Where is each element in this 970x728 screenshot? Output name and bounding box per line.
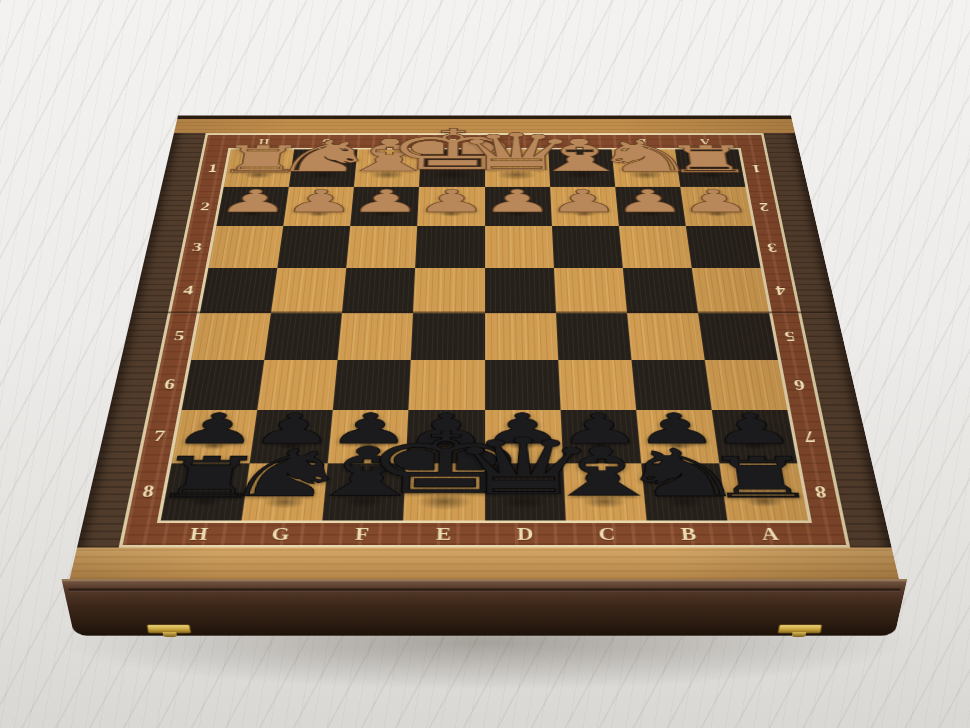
square-f8[interactable] — [323, 463, 407, 520]
rank-label-right-4: 4 — [774, 283, 787, 297]
square-d5[interactable] — [484, 313, 557, 360]
square-h7[interactable] — [172, 410, 258, 464]
square-a5[interactable] — [698, 313, 778, 360]
file-label-bottom-g: G — [270, 524, 290, 543]
rank-label-right-5: 5 — [783, 328, 796, 343]
square-d6[interactable] — [484, 360, 560, 410]
square-f6[interactable] — [333, 360, 411, 410]
file-label-bottom-b: B — [680, 524, 698, 543]
square-c6[interactable] — [558, 360, 636, 410]
chessboard-photo: HH11GG22FF33EE44DD55CC66BB77AA88 ♜♞♝♚♛♝♞… — [0, 0, 970, 728]
rank-label-right-6: 6 — [792, 376, 806, 392]
piece-white-pawn-a2[interactable]: ♟ — [621, 186, 811, 217]
square-g8[interactable] — [242, 463, 328, 520]
square-e6[interactable] — [409, 360, 485, 410]
rank-label-left-7: 7 — [152, 428, 166, 445]
rank-label-left-5: 5 — [173, 328, 186, 343]
square-e8[interactable] — [404, 463, 485, 520]
brass-hinge-left-icon — [146, 624, 191, 633]
square-g5[interactable] — [264, 313, 342, 360]
square-g6[interactable] — [257, 360, 337, 410]
square-b6[interactable] — [631, 360, 711, 410]
rank-label-left-8: 8 — [141, 482, 156, 500]
square-a8[interactable] — [719, 463, 808, 520]
square-c7[interactable] — [560, 410, 641, 464]
square-g7[interactable] — [250, 410, 333, 464]
square-h5[interactable] — [191, 313, 271, 360]
rank-label-left-4: 4 — [182, 283, 195, 297]
board-front-edge — [61, 579, 907, 636]
file-label-bottom-a: A — [760, 524, 780, 543]
edge-groove — [68, 588, 900, 590]
chess-board: HH11GG22FF33EE44DD55CC66BB77AA88 ♜♞♝♚♛♝♞… — [70, 116, 899, 579]
file-label-bottom-c: C — [598, 524, 616, 543]
square-h6[interactable] — [182, 360, 265, 410]
square-e5[interactable] — [411, 313, 484, 360]
rank-label-left-6: 6 — [163, 376, 177, 392]
square-c8[interactable] — [563, 463, 647, 520]
perspective-scene: HH11GG22FF33EE44DD55CC66BB77AA88 ♜♞♝♚♛♝♞… — [0, 0, 970, 728]
frame-oak-bottom — [70, 548, 899, 579]
square-c5[interactable] — [556, 313, 632, 360]
square-b8[interactable] — [641, 463, 727, 520]
file-label-bottom-e: E — [436, 524, 452, 543]
file-label-bottom-f: F — [354, 524, 369, 543]
file-label-bottom-d: D — [517, 524, 534, 543]
edge-highlight — [61, 579, 907, 581]
square-b7[interactable] — [636, 410, 719, 464]
file-label-bottom-h: H — [188, 524, 209, 543]
square-f5[interactable] — [338, 313, 414, 360]
square-h8[interactable] — [161, 463, 250, 520]
rank-label-left-3: 3 — [191, 240, 203, 254]
rank-label-right-3: 3 — [766, 240, 778, 254]
square-b5[interactable] — [627, 313, 705, 360]
square-a6[interactable] — [705, 360, 788, 410]
rank-label-right-8: 8 — [813, 482, 828, 500]
square-a7[interactable] — [712, 410, 798, 464]
square-d8[interactable] — [484, 463, 565, 520]
brass-hinge-right-icon — [778, 624, 823, 633]
rank-label-right-7: 7 — [802, 428, 816, 445]
